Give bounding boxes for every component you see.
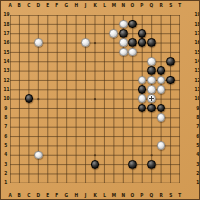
intersection-D9[interactable]	[34, 103, 43, 112]
intersection-P9[interactable]	[137, 103, 146, 112]
intersection-G2[interactable]	[62, 169, 71, 178]
intersection-S18[interactable]	[166, 19, 175, 28]
intersection-B4[interactable]	[15, 150, 24, 159]
intersection-E6[interactable]	[43, 131, 52, 140]
intersection-K8[interactable]	[90, 113, 99, 122]
intersection-B6[interactable]	[15, 131, 24, 140]
intersection-H15[interactable]	[71, 47, 80, 56]
intersection-N9[interactable]	[119, 103, 128, 112]
intersection-H19[interactable]	[71, 10, 80, 19]
intersection-O17[interactable]	[128, 29, 137, 38]
intersection-C7[interactable]	[24, 122, 33, 131]
intersection-N2[interactable]	[119, 169, 128, 178]
intersection-E5[interactable]	[43, 141, 52, 150]
intersection-J4[interactable]	[81, 150, 90, 159]
intersection-F16[interactable]	[52, 38, 61, 47]
intersection-D14[interactable]	[34, 57, 43, 66]
intersection-A14[interactable]	[5, 57, 14, 66]
intersection-E8[interactable]	[43, 113, 52, 122]
intersection-T17[interactable]	[175, 29, 184, 38]
intersection-B9[interactable]	[15, 103, 24, 112]
intersection-N10[interactable]	[119, 94, 128, 103]
intersection-O19[interactable]	[128, 10, 137, 19]
intersection-D2[interactable]	[34, 169, 43, 178]
intersection-T14[interactable]	[175, 57, 184, 66]
intersection-N1[interactable]	[119, 178, 128, 187]
intersection-R9[interactable]	[156, 103, 165, 112]
intersection-J15[interactable]	[81, 47, 90, 56]
intersection-M15[interactable]	[109, 47, 118, 56]
intersection-L15[interactable]	[100, 47, 109, 56]
intersection-D19[interactable]	[34, 10, 43, 19]
intersection-T19[interactable]	[175, 10, 184, 19]
intersection-R6[interactable]	[156, 131, 165, 140]
intersection-F11[interactable]	[52, 85, 61, 94]
intersection-M13[interactable]	[109, 66, 118, 75]
intersection-J2[interactable]	[81, 169, 90, 178]
intersection-B8[interactable]	[15, 113, 24, 122]
intersection-M14[interactable]	[109, 57, 118, 66]
intersection-H10[interactable]	[71, 94, 80, 103]
intersection-A13[interactable]	[5, 66, 14, 75]
intersection-N15[interactable]	[119, 47, 128, 56]
intersection-H14[interactable]	[71, 57, 80, 66]
intersection-Q17[interactable]	[147, 29, 156, 38]
intersection-P4[interactable]	[137, 150, 146, 159]
intersection-S4[interactable]	[166, 150, 175, 159]
intersection-E3[interactable]	[43, 160, 52, 169]
intersection-S19[interactable]	[166, 10, 175, 19]
intersection-M16[interactable]	[109, 38, 118, 47]
intersection-H8[interactable]	[71, 113, 80, 122]
intersection-K2[interactable]	[90, 169, 99, 178]
intersection-G18[interactable]	[62, 19, 71, 28]
intersection-F4[interactable]	[52, 150, 61, 159]
intersection-Q3[interactable]	[147, 160, 156, 169]
intersection-B1[interactable]	[15, 178, 24, 187]
intersection-B18[interactable]	[15, 19, 24, 28]
intersection-T13[interactable]	[175, 66, 184, 75]
intersection-N11[interactable]	[119, 85, 128, 94]
intersection-G1[interactable]	[62, 178, 71, 187]
intersection-R7[interactable]	[156, 122, 165, 131]
intersection-S5[interactable]	[166, 141, 175, 150]
intersection-O4[interactable]	[128, 150, 137, 159]
intersection-J12[interactable]	[81, 75, 90, 84]
intersection-N5[interactable]	[119, 141, 128, 150]
intersection-M19[interactable]	[109, 10, 118, 19]
intersection-M7[interactable]	[109, 122, 118, 131]
intersection-S2[interactable]	[166, 169, 175, 178]
intersection-A7[interactable]	[5, 122, 14, 131]
intersection-G13[interactable]	[62, 66, 71, 75]
intersection-N3[interactable]	[119, 160, 128, 169]
intersection-Q6[interactable]	[147, 131, 156, 140]
intersection-L7[interactable]	[100, 122, 109, 131]
intersection-D11[interactable]	[34, 85, 43, 94]
intersection-S12[interactable]	[166, 75, 175, 84]
intersection-K12[interactable]	[90, 75, 99, 84]
intersection-L16[interactable]	[100, 38, 109, 47]
intersection-E1[interactable]	[43, 178, 52, 187]
intersection-M11[interactable]	[109, 85, 118, 94]
intersection-C9[interactable]	[24, 103, 33, 112]
intersection-E2[interactable]	[43, 169, 52, 178]
intersection-J5[interactable]	[81, 141, 90, 150]
intersection-K3[interactable]	[90, 160, 99, 169]
intersection-E15[interactable]	[43, 47, 52, 56]
intersection-F15[interactable]	[52, 47, 61, 56]
intersection-M2[interactable]	[109, 169, 118, 178]
intersection-M8[interactable]	[109, 113, 118, 122]
intersection-O6[interactable]	[128, 131, 137, 140]
intersection-S3[interactable]	[166, 160, 175, 169]
intersection-K10[interactable]	[90, 94, 99, 103]
intersection-A4[interactable]	[5, 150, 14, 159]
intersection-N7[interactable]	[119, 122, 128, 131]
intersection-R13[interactable]	[156, 66, 165, 75]
intersection-T9[interactable]	[175, 103, 184, 112]
intersection-S7[interactable]	[166, 122, 175, 131]
intersection-C14[interactable]	[24, 57, 33, 66]
intersection-M18[interactable]	[109, 19, 118, 28]
intersection-C5[interactable]	[24, 141, 33, 150]
intersection-B10[interactable]	[15, 94, 24, 103]
intersection-Q7[interactable]	[147, 122, 156, 131]
intersection-K17[interactable]	[90, 29, 99, 38]
intersection-A17[interactable]	[5, 29, 14, 38]
intersection-F14[interactable]	[52, 57, 61, 66]
intersection-Q8[interactable]	[147, 113, 156, 122]
intersection-K13[interactable]	[90, 66, 99, 75]
intersection-P14[interactable]	[137, 57, 146, 66]
intersection-T16[interactable]	[175, 38, 184, 47]
intersection-A15[interactable]	[5, 47, 14, 56]
intersection-S10[interactable]	[166, 94, 175, 103]
intersection-B12[interactable]	[15, 75, 24, 84]
intersection-T7[interactable]	[175, 122, 184, 131]
intersection-B5[interactable]	[15, 141, 24, 150]
intersection-H11[interactable]	[71, 85, 80, 94]
intersection-O2[interactable]	[128, 169, 137, 178]
intersection-S9[interactable]	[166, 103, 175, 112]
intersection-J16[interactable]	[81, 38, 90, 47]
intersection-J13[interactable]	[81, 66, 90, 75]
intersection-H6[interactable]	[71, 131, 80, 140]
intersection-N4[interactable]	[119, 150, 128, 159]
intersection-L9[interactable]	[100, 103, 109, 112]
intersection-O11[interactable]	[128, 85, 137, 94]
intersection-C13[interactable]	[24, 66, 33, 75]
intersection-P2[interactable]	[137, 169, 146, 178]
intersection-Q16[interactable]	[147, 38, 156, 47]
intersection-S17[interactable]	[166, 29, 175, 38]
intersection-H16[interactable]	[71, 38, 80, 47]
intersection-F2[interactable]	[52, 169, 61, 178]
intersection-S16[interactable]	[166, 38, 175, 47]
intersection-A10[interactable]	[5, 94, 14, 103]
intersection-M17[interactable]	[109, 29, 118, 38]
intersection-J17[interactable]	[81, 29, 90, 38]
intersection-F8[interactable]	[52, 113, 61, 122]
intersection-J18[interactable]	[81, 19, 90, 28]
intersection-F3[interactable]	[52, 160, 61, 169]
intersection-D18[interactable]	[34, 19, 43, 28]
intersection-S6[interactable]	[166, 131, 175, 140]
intersection-T12[interactable]	[175, 75, 184, 84]
intersection-M4[interactable]	[109, 150, 118, 159]
intersection-M12[interactable]	[109, 75, 118, 84]
intersection-L10[interactable]	[100, 94, 109, 103]
intersection-T10[interactable]	[175, 94, 184, 103]
intersection-P7[interactable]	[137, 122, 146, 131]
intersection-C3[interactable]	[24, 160, 33, 169]
intersection-L8[interactable]	[100, 113, 109, 122]
intersection-M3[interactable]	[109, 160, 118, 169]
intersection-C15[interactable]	[24, 47, 33, 56]
intersection-C12[interactable]	[24, 75, 33, 84]
intersection-Q5[interactable]	[147, 141, 156, 150]
intersection-T6[interactable]	[175, 131, 184, 140]
intersection-O18[interactable]	[128, 19, 137, 28]
intersection-D6[interactable]	[34, 131, 43, 140]
intersection-J8[interactable]	[81, 113, 90, 122]
intersection-S1[interactable]	[166, 178, 175, 187]
intersection-D10[interactable]	[34, 94, 43, 103]
intersection-F7[interactable]	[52, 122, 61, 131]
intersection-Q1[interactable]	[147, 178, 156, 187]
intersection-F13[interactable]	[52, 66, 61, 75]
intersection-T2[interactable]	[175, 169, 184, 178]
intersection-S11[interactable]	[166, 85, 175, 94]
intersection-C1[interactable]	[24, 178, 33, 187]
intersection-N19[interactable]	[119, 10, 128, 19]
intersection-Q4[interactable]	[147, 150, 156, 159]
intersection-H17[interactable]	[71, 29, 80, 38]
intersection-K11[interactable]	[90, 85, 99, 94]
intersection-G14[interactable]	[62, 57, 71, 66]
intersection-J11[interactable]	[81, 85, 90, 94]
intersection-A18[interactable]	[5, 19, 14, 28]
intersection-K7[interactable]	[90, 122, 99, 131]
intersection-D7[interactable]	[34, 122, 43, 131]
intersection-K9[interactable]	[90, 103, 99, 112]
intersection-Q15[interactable]	[147, 47, 156, 56]
intersection-G11[interactable]	[62, 85, 71, 94]
intersection-J1[interactable]	[81, 178, 90, 187]
intersection-G9[interactable]	[62, 103, 71, 112]
intersection-L17[interactable]	[100, 29, 109, 38]
intersection-Q2[interactable]	[147, 169, 156, 178]
intersection-H2[interactable]	[71, 169, 80, 178]
intersection-R10[interactable]	[156, 94, 165, 103]
intersection-P6[interactable]	[137, 131, 146, 140]
intersection-H18[interactable]	[71, 19, 80, 28]
intersection-D12[interactable]	[34, 75, 43, 84]
intersection-R1[interactable]	[156, 178, 165, 187]
intersection-E11[interactable]	[43, 85, 52, 94]
intersection-T11[interactable]	[175, 85, 184, 94]
intersection-R12[interactable]	[156, 75, 165, 84]
intersection-K1[interactable]	[90, 178, 99, 187]
intersection-G17[interactable]	[62, 29, 71, 38]
intersection-B3[interactable]	[15, 160, 24, 169]
intersection-T1[interactable]	[175, 178, 184, 187]
intersection-C10[interactable]	[24, 94, 33, 103]
intersection-H1[interactable]	[71, 178, 80, 187]
intersection-R3[interactable]	[156, 160, 165, 169]
intersection-T3[interactable]	[175, 160, 184, 169]
intersection-R16[interactable]	[156, 38, 165, 47]
intersection-Q14[interactable]	[147, 57, 156, 66]
intersection-A16[interactable]	[5, 38, 14, 47]
intersection-L13[interactable]	[100, 66, 109, 75]
intersection-C18[interactable]	[24, 19, 33, 28]
intersection-L5[interactable]	[100, 141, 109, 150]
intersection-R11[interactable]	[156, 85, 165, 94]
intersection-R18[interactable]	[156, 19, 165, 28]
intersection-D16[interactable]	[34, 38, 43, 47]
intersection-G5[interactable]	[62, 141, 71, 150]
intersection-Q19[interactable]	[147, 10, 156, 19]
intersection-H7[interactable]	[71, 122, 80, 131]
intersection-T5[interactable]	[175, 141, 184, 150]
intersection-B13[interactable]	[15, 66, 24, 75]
intersection-G15[interactable]	[62, 47, 71, 56]
intersection-D15[interactable]	[34, 47, 43, 56]
intersection-T4[interactable]	[175, 150, 184, 159]
intersection-T18[interactable]	[175, 19, 184, 28]
intersection-O7[interactable]	[128, 122, 137, 131]
intersection-H9[interactable]	[71, 103, 80, 112]
intersection-C6[interactable]	[24, 131, 33, 140]
intersection-R8[interactable]	[156, 113, 165, 122]
intersection-R14[interactable]	[156, 57, 165, 66]
intersection-O5[interactable]	[128, 141, 137, 150]
intersection-C17[interactable]	[24, 29, 33, 38]
intersection-D17[interactable]	[34, 29, 43, 38]
intersection-A12[interactable]	[5, 75, 14, 84]
intersection-F9[interactable]	[52, 103, 61, 112]
intersection-F18[interactable]	[52, 19, 61, 28]
intersection-O12[interactable]	[128, 75, 137, 84]
intersection-G3[interactable]	[62, 160, 71, 169]
intersection-P10[interactable]	[137, 94, 146, 103]
intersection-J19[interactable]	[81, 10, 90, 19]
intersection-G10[interactable]	[62, 94, 71, 103]
intersection-F5[interactable]	[52, 141, 61, 150]
intersection-H12[interactable]	[71, 75, 80, 84]
intersection-P11[interactable]	[137, 85, 146, 94]
intersection-S15[interactable]	[166, 47, 175, 56]
intersection-C11[interactable]	[24, 85, 33, 94]
intersection-B16[interactable]	[15, 38, 24, 47]
intersection-N13[interactable]	[119, 66, 128, 75]
intersection-L3[interactable]	[100, 160, 109, 169]
intersection-N6[interactable]	[119, 131, 128, 140]
intersection-F6[interactable]	[52, 131, 61, 140]
intersection-G4[interactable]	[62, 150, 71, 159]
intersection-C4[interactable]	[24, 150, 33, 159]
intersection-K16[interactable]	[90, 38, 99, 47]
intersection-O8[interactable]	[128, 113, 137, 122]
intersection-D1[interactable]	[34, 178, 43, 187]
intersection-M9[interactable]	[109, 103, 118, 112]
intersection-A8[interactable]	[5, 113, 14, 122]
intersection-O13[interactable]	[128, 66, 137, 75]
intersection-J3[interactable]	[81, 160, 90, 169]
intersection-D8[interactable]	[34, 113, 43, 122]
intersection-P12[interactable]	[137, 75, 146, 84]
intersection-K6[interactable]	[90, 131, 99, 140]
intersection-A5[interactable]	[5, 141, 14, 150]
intersection-P1[interactable]	[137, 178, 146, 187]
intersection-O15[interactable]	[128, 47, 137, 56]
intersection-E18[interactable]	[43, 19, 52, 28]
intersection-C8[interactable]	[24, 113, 33, 122]
intersection-P17[interactable]	[137, 29, 146, 38]
intersection-H5[interactable]	[71, 141, 80, 150]
intersection-P16[interactable]	[137, 38, 146, 47]
intersection-L6[interactable]	[100, 131, 109, 140]
intersection-M10[interactable]	[109, 94, 118, 103]
intersection-O3[interactable]	[128, 160, 137, 169]
intersection-M5[interactable]	[109, 141, 118, 150]
intersection-E9[interactable]	[43, 103, 52, 112]
intersection-E12[interactable]	[43, 75, 52, 84]
intersection-N18[interactable]	[119, 19, 128, 28]
intersection-C19[interactable]	[24, 10, 33, 19]
intersection-P5[interactable]	[137, 141, 146, 150]
intersection-L12[interactable]	[100, 75, 109, 84]
intersection-O9[interactable]	[128, 103, 137, 112]
intersection-O16[interactable]	[128, 38, 137, 47]
intersection-Q10[interactable]	[147, 94, 156, 103]
intersection-F10[interactable]	[52, 94, 61, 103]
intersection-L1[interactable]	[100, 178, 109, 187]
intersection-B19[interactable]	[15, 10, 24, 19]
intersection-D5[interactable]	[34, 141, 43, 150]
intersection-L11[interactable]	[100, 85, 109, 94]
intersection-F19[interactable]	[52, 10, 61, 19]
intersection-Q13[interactable]	[147, 66, 156, 75]
intersection-M1[interactable]	[109, 178, 118, 187]
intersection-G19[interactable]	[62, 10, 71, 19]
intersection-O1[interactable]	[128, 178, 137, 187]
intersection-D3[interactable]	[34, 160, 43, 169]
intersection-A1[interactable]	[5, 178, 14, 187]
intersection-Q12[interactable]	[147, 75, 156, 84]
intersection-D4[interactable]	[34, 150, 43, 159]
intersection-E10[interactable]	[43, 94, 52, 103]
intersection-G16[interactable]	[62, 38, 71, 47]
intersection-J10[interactable]	[81, 94, 90, 103]
intersection-S14[interactable]	[166, 57, 175, 66]
intersection-F1[interactable]	[52, 178, 61, 187]
intersection-E19[interactable]	[43, 10, 52, 19]
intersection-K14[interactable]	[90, 57, 99, 66]
intersection-E17[interactable]	[43, 29, 52, 38]
intersection-L18[interactable]	[100, 19, 109, 28]
intersection-P19[interactable]	[137, 10, 146, 19]
intersection-H3[interactable]	[71, 160, 80, 169]
intersection-P3[interactable]	[137, 160, 146, 169]
intersection-J14[interactable]	[81, 57, 90, 66]
intersection-N12[interactable]	[119, 75, 128, 84]
intersection-G8[interactable]	[62, 113, 71, 122]
intersection-O14[interactable]	[128, 57, 137, 66]
intersection-L19[interactable]	[100, 10, 109, 19]
